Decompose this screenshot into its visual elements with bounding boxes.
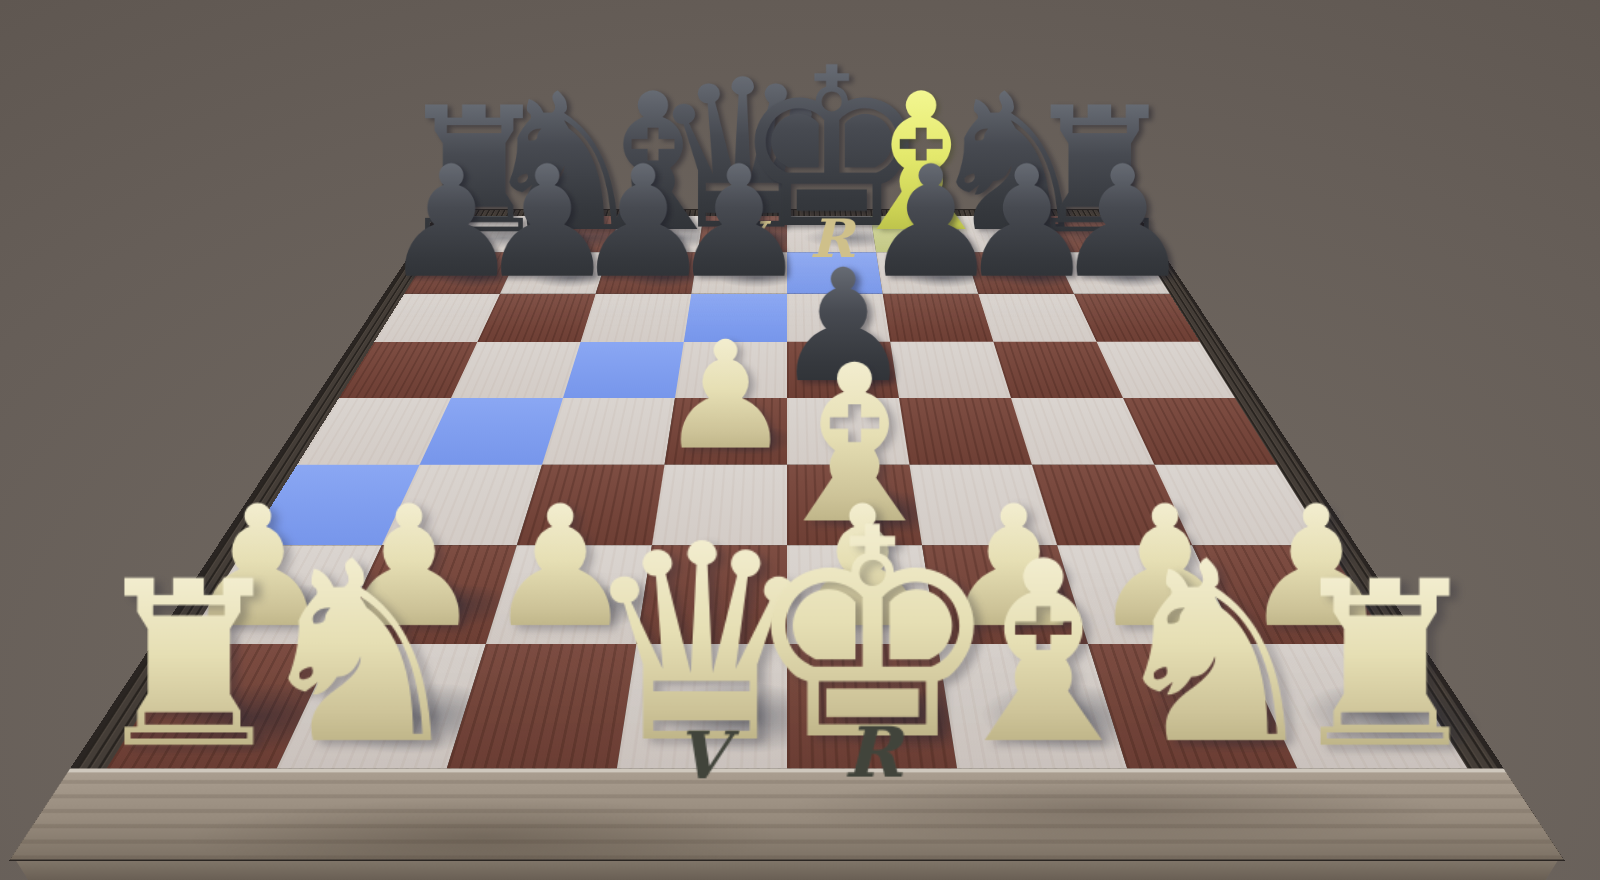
square-a4[interactable] [297,398,451,465]
rook-glyph: ♜ [1283,556,1488,773]
pawn-glyph: ♟ [1054,149,1192,295]
game-scene-background: ♜♞♝♛V♚R♝♞♜♟♟♟♟♟♟♟♟♟♝♟♟♟♟♟♟♟♜♞♛V♚R♝♞♜ [0,0,1600,880]
square-b4[interactable] [420,398,563,465]
square-h6[interactable] [1074,294,1200,342]
chess-board[interactable]: ♜♞♝♛V♚R♝♞♜♟♟♟♟♟♟♟♟♟♝♟♟♟♟♟♟♟♜♞♛V♚R♝♞♜ [107,216,1468,768]
board-frame: ♜♞♝♛V♚R♝♞♜♟♟♟♟♟♟♟♟♟♝♟♟♟♟♟♟♟♜♞♛V♚R♝♞♜ [19,210,1554,855]
square-h4[interactable] [1123,398,1277,465]
square-c4[interactable] [542,398,675,465]
square-b1[interactable]: ♞ [277,644,486,769]
square-f1[interactable]: ♝ [938,644,1128,769]
square-h7[interactable]: ♟ [1054,252,1169,293]
board-front-apron [10,769,1564,860]
square-g4[interactable] [1011,398,1154,465]
knight-glyph: ♞ [248,536,472,774]
chess-board-3d: ♜♞♝♛V♚R♝♞♜♟♟♟♟♟♟♟♟♟♝♟♟♟♟♟♟♟♜♞♛V♚R♝♞♜ [19,210,1554,855]
square-g1[interactable]: ♞ [1088,644,1297,769]
